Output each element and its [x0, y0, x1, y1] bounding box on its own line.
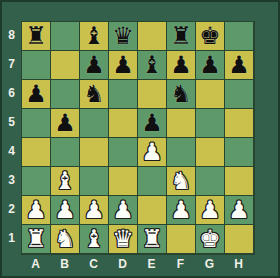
piece-white-pawn: ♟: [83, 197, 105, 224]
piece-white-pawn: ♟: [199, 197, 221, 224]
piece-black-king: ♚: [199, 23, 221, 50]
square-d8[interactable]: ♛: [109, 22, 138, 51]
piece-black-knight: ♞: [83, 81, 105, 108]
square-g2[interactable]: ♟: [196, 196, 225, 225]
square-c5[interactable]: [80, 109, 109, 138]
square-a2[interactable]: ♟: [22, 196, 51, 225]
piece-white-knight: ♞: [170, 168, 192, 195]
piece-white-bishop: ♝: [83, 226, 105, 253]
square-d4[interactable]: [109, 138, 138, 167]
file-label-g: G: [195, 256, 224, 274]
square-b4[interactable]: [51, 138, 80, 167]
piece-white-knight: ♞: [54, 226, 76, 253]
piece-black-rook: ♜: [170, 23, 192, 50]
square-c1[interactable]: ♝: [80, 225, 109, 254]
rank-label-7: 7: [2, 50, 21, 79]
rank-label-3: 3: [2, 166, 21, 195]
chess-board-frame: 87654321 ♜♝♛♜♚♟♟♝♟♟♟♟♞♞♟♟♟♝♞♟♟♟♟♟♟♟♜♞♝♛♜…: [0, 0, 280, 278]
piece-black-pawn: ♟: [141, 110, 163, 137]
square-e5[interactable]: ♟: [138, 109, 167, 138]
piece-black-pawn: ♟: [170, 52, 192, 79]
piece-white-rook: ♜: [25, 226, 47, 253]
square-d2[interactable]: ♟: [109, 196, 138, 225]
square-d1[interactable]: ♛: [109, 225, 138, 254]
square-d6[interactable]: [109, 80, 138, 109]
square-a1[interactable]: ♜: [22, 225, 51, 254]
square-f7[interactable]: ♟: [167, 51, 196, 80]
square-b5[interactable]: ♟: [51, 109, 80, 138]
square-b1[interactable]: ♞: [51, 225, 80, 254]
file-label-h: H: [224, 256, 253, 274]
square-c6[interactable]: ♞: [80, 80, 109, 109]
square-e8[interactable]: [138, 22, 167, 51]
square-g7[interactable]: ♟: [196, 51, 225, 80]
file-label-d: D: [108, 256, 137, 274]
square-g1[interactable]: ♚: [196, 225, 225, 254]
square-b2[interactable]: ♟: [51, 196, 80, 225]
piece-white-pawn: ♟: [112, 197, 134, 224]
square-c3[interactable]: [80, 167, 109, 196]
square-d3[interactable]: [109, 167, 138, 196]
piece-white-pawn: ♟: [25, 197, 47, 224]
square-e3[interactable]: [138, 167, 167, 196]
square-h6[interactable]: [225, 80, 254, 109]
piece-black-pawn: ♟: [228, 52, 250, 79]
square-f1[interactable]: [167, 225, 196, 254]
square-a7[interactable]: [22, 51, 51, 80]
rank-label-1: 1: [2, 224, 21, 253]
square-h2[interactable]: ♟: [225, 196, 254, 225]
square-h3[interactable]: [225, 167, 254, 196]
square-d5[interactable]: [109, 109, 138, 138]
square-a3[interactable]: [22, 167, 51, 196]
square-f6[interactable]: ♞: [167, 80, 196, 109]
square-f5[interactable]: [167, 109, 196, 138]
square-g6[interactable]: [196, 80, 225, 109]
square-a4[interactable]: [22, 138, 51, 167]
square-e2[interactable]: [138, 196, 167, 225]
rank-label-5: 5: [2, 108, 21, 137]
file-labels: ABCDEFGH: [21, 256, 255, 274]
piece-white-pawn: ♟: [141, 139, 163, 166]
piece-black-pawn: ♟: [112, 52, 134, 79]
square-g3[interactable]: [196, 167, 225, 196]
piece-white-pawn: ♟: [170, 197, 192, 224]
piece-black-bishop: ♝: [83, 23, 105, 50]
piece-black-pawn: ♟: [83, 52, 105, 79]
rank-label-4: 4: [2, 137, 21, 166]
square-g8[interactable]: ♚: [196, 22, 225, 51]
square-b3[interactable]: ♝: [51, 167, 80, 196]
piece-black-bishop: ♝: [141, 52, 163, 79]
square-e4[interactable]: ♟: [138, 138, 167, 167]
square-e7[interactable]: ♝: [138, 51, 167, 80]
piece-black-knight: ♞: [170, 81, 192, 108]
square-e6[interactable]: [138, 80, 167, 109]
square-h8[interactable]: [225, 22, 254, 51]
square-h4[interactable]: [225, 138, 254, 167]
piece-white-pawn: ♟: [54, 197, 76, 224]
file-label-e: E: [137, 256, 166, 274]
square-a5[interactable]: [22, 109, 51, 138]
square-a6[interactable]: ♟: [22, 80, 51, 109]
piece-white-pawn: ♟: [228, 197, 250, 224]
piece-black-queen: ♛: [112, 23, 134, 50]
square-c7[interactable]: ♟: [80, 51, 109, 80]
square-a8[interactable]: ♜: [22, 22, 51, 51]
square-g4[interactable]: [196, 138, 225, 167]
rank-labels: 87654321: [2, 21, 21, 253]
square-g5[interactable]: [196, 109, 225, 138]
piece-black-pawn: ♟: [54, 110, 76, 137]
square-f2[interactable]: ♟: [167, 196, 196, 225]
square-f4[interactable]: [167, 138, 196, 167]
rank-label-8: 8: [2, 21, 21, 50]
square-d7[interactable]: ♟: [109, 51, 138, 80]
chess-board: ♜♝♛♜♚♟♟♝♟♟♟♟♞♞♟♟♟♝♞♟♟♟♟♟♟♟♜♞♝♛♜♚: [21, 21, 255, 255]
piece-black-pawn: ♟: [25, 81, 47, 108]
square-c2[interactable]: ♟: [80, 196, 109, 225]
square-h1[interactable]: [225, 225, 254, 254]
piece-white-bishop: ♝: [54, 168, 76, 195]
file-label-b: B: [50, 256, 79, 274]
rank-label-6: 6: [2, 79, 21, 108]
piece-white-queen: ♛: [112, 226, 134, 253]
file-label-c: C: [79, 256, 108, 274]
file-label-f: F: [166, 256, 195, 274]
piece-black-rook: ♜: [25, 23, 47, 50]
file-label-a: A: [21, 256, 50, 274]
square-b8[interactable]: [51, 22, 80, 51]
square-f3[interactable]: ♞: [167, 167, 196, 196]
piece-white-king: ♚: [199, 226, 221, 253]
square-b6[interactable]: [51, 80, 80, 109]
piece-black-pawn: ♟: [199, 52, 221, 79]
square-e1[interactable]: ♜: [138, 225, 167, 254]
piece-white-rook: ♜: [141, 226, 163, 253]
square-c8[interactable]: ♝: [80, 22, 109, 51]
square-h5[interactable]: [225, 109, 254, 138]
square-b7[interactable]: [51, 51, 80, 80]
square-f8[interactable]: ♜: [167, 22, 196, 51]
square-h7[interactable]: ♟: [225, 51, 254, 80]
rank-label-2: 2: [2, 195, 21, 224]
square-c4[interactable]: [80, 138, 109, 167]
